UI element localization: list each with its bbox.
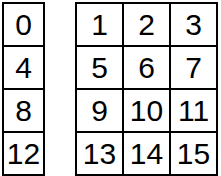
cell-8: 8 bbox=[4, 90, 43, 131]
cell-15: 15 bbox=[171, 133, 216, 174]
cell-4: 4 bbox=[4, 47, 43, 88]
cell-12: 12 bbox=[4, 133, 43, 174]
cell-2: 2 bbox=[124, 4, 169, 45]
cell-6: 6 bbox=[124, 47, 169, 88]
cell-14: 14 bbox=[124, 133, 169, 174]
cell-7: 7 bbox=[171, 47, 216, 88]
cell-0: 0 bbox=[4, 4, 43, 45]
left-column-grid: 0 4 8 12 bbox=[2, 2, 45, 176]
cell-3: 3 bbox=[171, 4, 216, 45]
cell-1: 1 bbox=[77, 4, 122, 45]
main-grid: 1 2 3 5 6 7 9 10 11 13 14 15 bbox=[75, 2, 218, 176]
cell-5: 5 bbox=[77, 47, 122, 88]
cell-9: 9 bbox=[77, 90, 122, 131]
cell-11: 11 bbox=[171, 90, 216, 131]
cell-10: 10 bbox=[124, 90, 169, 131]
cell-13: 13 bbox=[77, 133, 122, 174]
